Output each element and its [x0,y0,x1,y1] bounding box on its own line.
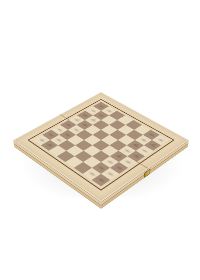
square-g4 [66,145,83,156]
scene: ♜♞♝♛♚♝♞♜♟♟♟♟♟♟♟♟♟♟♟♟♟♟♟♟♜♞♝♛♚♝♞♜ [0,0,200,280]
product-photo: ♜♞♝♛♚♝♞♜♟♟♟♟♟♟♟♟♟♟♟♟♟♟♟♟♜♞♝♛♚♝♞♜ [0,0,200,280]
square-h4 [57,151,75,162]
square-g3 [58,140,75,151]
pawn-glyph: ♟ [54,130,64,140]
brass-latch-icon [144,168,151,178]
rook-glyph: ♜ [95,167,108,181]
square-h5 [65,156,83,168]
pawn-glyph: ♟ [44,135,54,146]
chess-box: ♜♞♝♛♚♝♞♜♟♟♟♟♟♟♟♟♟♟♟♟♟♟♟♟♜♞♝♛♚♝♞♜ [13,92,188,202]
square-f4 [75,140,92,151]
board-top-face [13,92,188,202]
